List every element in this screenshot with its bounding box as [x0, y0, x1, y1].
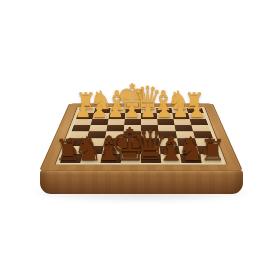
board-square — [87, 131, 106, 138]
board-square — [60, 154, 83, 163]
board-square — [158, 131, 177, 138]
board-square — [176, 131, 195, 138]
board-square — [80, 154, 102, 163]
board-square — [122, 138, 141, 146]
chess-board — [39, 104, 243, 171]
board-square — [199, 154, 222, 163]
board-square — [141, 154, 161, 163]
board-square — [159, 138, 178, 146]
board-square — [105, 131, 124, 138]
board-square — [197, 146, 219, 154]
board-square — [195, 138, 216, 146]
board-square — [83, 146, 104, 154]
board-square — [69, 131, 89, 138]
product-photo-stage: ♜♞♝♚♛♝♞♜♟♟♟♟♟♟♟♟♟♟♟♟♟♟♟♟♜♞♝♚♛♝♞♜ — [0, 0, 278, 278]
board-square — [122, 146, 141, 154]
board-square — [141, 138, 160, 146]
board-square — [177, 138, 197, 146]
board-square — [180, 154, 202, 163]
board-square — [123, 131, 141, 138]
board-square — [66, 138, 87, 146]
board-square — [160, 154, 181, 163]
board-square — [63, 146, 85, 154]
board-square — [193, 131, 213, 138]
board-square — [141, 146, 160, 154]
board-square — [121, 154, 141, 163]
board-square — [85, 138, 105, 146]
board-square — [104, 138, 123, 146]
board-square — [160, 146, 180, 154]
board-front-face — [40, 170, 243, 194]
board-square — [100, 154, 121, 163]
board-grid — [60, 108, 222, 163]
board-square — [141, 131, 159, 138]
board-square — [178, 146, 199, 154]
board-square — [102, 146, 122, 154]
